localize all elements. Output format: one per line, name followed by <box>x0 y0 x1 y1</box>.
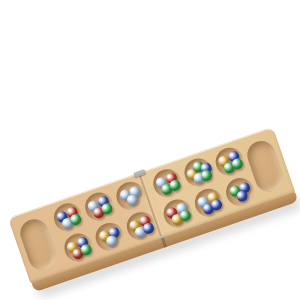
left-store <box>17 215 60 273</box>
pit-bottom-6[interactable] <box>222 174 258 210</box>
pit-bottom-2[interactable] <box>92 219 128 255</box>
pit-bottom-5[interactable] <box>191 185 227 221</box>
pit-top-1[interactable] <box>50 200 86 236</box>
pit-bottom-1[interactable] <box>61 230 97 266</box>
pit-bottom-4[interactable] <box>160 196 196 232</box>
pit-top-4[interactable] <box>150 165 186 201</box>
mancala-board <box>8 127 298 293</box>
pit-top-2[interactable] <box>81 189 117 225</box>
pit-top-5[interactable] <box>181 155 217 191</box>
photo-background <box>0 0 300 300</box>
pit-top-6[interactable] <box>212 144 248 180</box>
